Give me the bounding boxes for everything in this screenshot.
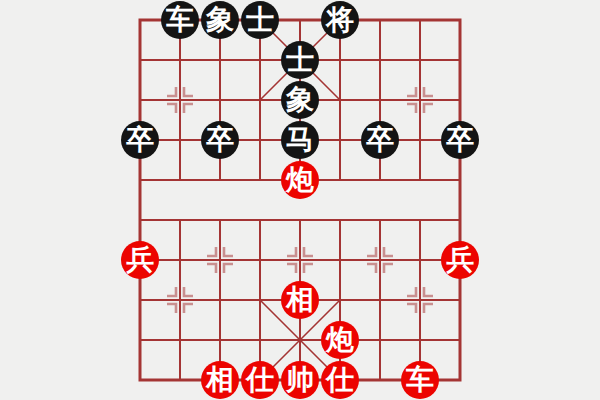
xiangqi-board: 车象士将士象马卒卒卒卒炮兵兵相炮相仕帅仕车 [0, 0, 600, 400]
piece-black-soldier[interactable]: 卒 [441, 121, 479, 159]
piece-red-soldier[interactable]: 兵 [121, 241, 159, 279]
piece-red-general[interactable]: 帅 [281, 361, 319, 399]
piece-red-chariot[interactable]: 车 [401, 361, 439, 399]
piece-black-elephant[interactable]: 象 [281, 81, 319, 119]
piece-red-cannon[interactable]: 炮 [281, 161, 319, 199]
piece-black-chariot[interactable]: 车 [161, 1, 199, 39]
piece-red-cannon[interactable]: 炮 [321, 321, 359, 359]
piece-black-general[interactable]: 将 [321, 1, 359, 39]
piece-red-advisor[interactable]: 仕 [241, 361, 279, 399]
piece-black-elephant[interactable]: 象 [201, 1, 239, 39]
piece-red-elephant[interactable]: 相 [201, 361, 239, 399]
piece-black-soldier[interactable]: 卒 [361, 121, 399, 159]
piece-red-advisor[interactable]: 仕 [321, 361, 359, 399]
piece-black-advisor[interactable]: 士 [241, 1, 279, 39]
piece-black-advisor[interactable]: 士 [281, 41, 319, 79]
piece-black-soldier[interactable]: 卒 [121, 121, 159, 159]
piece-red-soldier[interactable]: 兵 [441, 241, 479, 279]
piece-black-soldier[interactable]: 卒 [201, 121, 239, 159]
piece-red-elephant[interactable]: 相 [281, 281, 319, 319]
piece-black-horse[interactable]: 马 [281, 121, 319, 159]
